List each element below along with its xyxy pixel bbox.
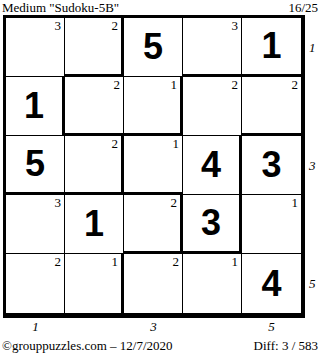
- row-label-3: 3: [309, 136, 320, 195]
- cell-r1c3: 5: [124, 18, 183, 77]
- cell-r5c2[interactable]: 1: [65, 254, 124, 313]
- cell-r2c4[interactable]: 2: [183, 77, 242, 136]
- cell-r3c4: 4: [183, 136, 242, 195]
- cell-r3c2[interactable]: 2: [65, 136, 124, 195]
- cell-r3c1: 5: [6, 136, 65, 195]
- cell-r1c2[interactable]: 2: [65, 18, 124, 77]
- col-label-4: [183, 319, 242, 334]
- corner-mark: 1: [112, 254, 119, 269]
- sudoku-board: 3253112122521433123121214: [3, 15, 305, 318]
- cell-r4c5[interactable]: 1: [242, 195, 301, 254]
- cell-r4c3[interactable]: 2: [124, 195, 183, 254]
- corner-mark: 1: [292, 195, 299, 210]
- row-label-4: [309, 195, 320, 254]
- cell-r1c4[interactable]: 3: [183, 18, 242, 77]
- corner-mark: 2: [114, 77, 121, 92]
- cell-r1c1[interactable]: 3: [6, 18, 65, 77]
- row-label-2: [309, 77, 320, 136]
- given-digit: 3: [183, 195, 239, 251]
- cell-r5c1[interactable]: 2: [6, 254, 65, 313]
- cell-r2c3[interactable]: 1: [124, 77, 183, 136]
- col-labels: 135: [3, 319, 320, 334]
- given-digit: 1: [242, 18, 301, 74]
- given-digit: 4: [183, 136, 239, 194]
- footer: ©grouppuzzles.com – 12/7/2020 Diff: 3 / …: [0, 338, 320, 354]
- given-digit: 1: [6, 77, 62, 135]
- corner-mark: 1: [171, 77, 178, 92]
- progress-counter: 16/25: [288, 0, 318, 16]
- given-digit: 1: [65, 195, 123, 253]
- given-digit: 5: [124, 18, 182, 76]
- col-label-3: 3: [124, 319, 183, 334]
- cell-r2c2[interactable]: 2: [65, 77, 124, 136]
- col-label-5: 5: [242, 319, 301, 334]
- corner-mark: 2: [112, 136, 119, 151]
- given-digit: 3: [242, 136, 301, 194]
- difficulty-text: Diff: 3 / 583: [254, 338, 318, 354]
- corner-mark: 3: [55, 18, 62, 33]
- corner-mark: 2: [173, 254, 180, 269]
- cell-r4c2: 1: [65, 195, 124, 254]
- given-digit: 4: [242, 254, 301, 313]
- corner-mark: 2: [292, 77, 299, 92]
- given-digit: 5: [6, 136, 64, 192]
- cell-r5c3[interactable]: 2: [124, 254, 183, 313]
- cell-r4c1[interactable]: 3: [6, 195, 65, 254]
- copyright-text: ©grouppuzzles.com – 12/7/2020: [2, 338, 173, 354]
- col-label-2: [65, 319, 124, 334]
- corner-mark: 2: [112, 18, 119, 33]
- corner-mark: 2: [232, 77, 239, 92]
- cell-r4c4: 3: [183, 195, 242, 254]
- row-labels: 135: [309, 15, 320, 318]
- row-label-5: 5: [309, 254, 320, 313]
- cell-r3c3[interactable]: 1: [124, 136, 183, 195]
- corner-mark: 3: [232, 18, 239, 33]
- board-area: 3253112122521433123121214 135 135: [3, 15, 320, 334]
- cell-r5c4[interactable]: 1: [183, 254, 242, 313]
- puzzle-page: Medium "Sudoku-5B" 16/25 325311212252143…: [0, 0, 320, 355]
- corner-mark: 1: [173, 136, 180, 151]
- cell-r2c5[interactable]: 2: [242, 77, 301, 136]
- cell-r1c5: 1: [242, 18, 301, 77]
- header: Medium "Sudoku-5B" 16/25: [0, 0, 320, 14]
- cell-r3c5: 3: [242, 136, 301, 195]
- row-label-1: 1: [309, 18, 320, 77]
- cell-r2c1: 1: [6, 77, 65, 136]
- corner-mark: 2: [55, 254, 62, 269]
- col-label-1: 1: [6, 319, 65, 334]
- cell-r5c5: 4: [242, 254, 301, 313]
- corner-mark: 1: [232, 254, 239, 269]
- corner-mark: 3: [55, 195, 62, 210]
- puzzle-title: Medium "Sudoku-5B": [2, 0, 119, 16]
- corner-mark: 2: [171, 195, 178, 210]
